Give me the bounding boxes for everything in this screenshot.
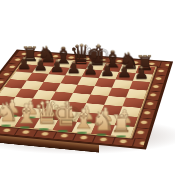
piece-black-pawn[interactable]: ♟ <box>98 63 115 79</box>
piece-white-king[interactable]: ♚ <box>52 98 72 131</box>
piece-black-pawn[interactable]: ♟ <box>133 65 150 81</box>
piece-black-pawn[interactable]: ♟ <box>15 56 32 72</box>
chessboard-frame: ♜♞♝♛♚♝♞♜♟♟♟♟♟♟♟♟♟♟♟♟♟♟♟♟♜♞♝♛♚♝♞♜ <box>0 50 173 150</box>
piece-black-pawn[interactable]: ♟ <box>65 60 82 76</box>
chessboard-grid: ♜♞♝♛♚♝♞♜♟♟♟♟♟♟♟♟♟♟♟♟♟♟♟♟♜♞♝♛♚♝♞♜ <box>0 57 155 137</box>
square-h7: ♟ <box>133 73 153 82</box>
piece-white-knight[interactable]: ♞ <box>0 100 15 126</box>
square-h1: ♜ <box>111 125 134 137</box>
piece-white-bishop[interactable]: ♝ <box>14 100 34 127</box>
piece-black-pawn[interactable]: ♟ <box>48 59 65 75</box>
piece-black-pawn[interactable]: ♟ <box>115 64 132 80</box>
piece-white-bishop[interactable]: ♝ <box>72 105 92 133</box>
piece-white-knight[interactable]: ♞ <box>91 108 111 135</box>
piece-white-queen[interactable]: ♛ <box>33 97 53 129</box>
piece-black-pawn[interactable]: ♟ <box>32 57 49 73</box>
chess-set-photo: ♜♞♝♛♚♝♞♜♟♟♟♟♟♟♟♟♟♟♟♟♟♟♟♟♜♞♝♛♚♝♞♜ <box>0 0 175 175</box>
square-e6 <box>78 77 99 86</box>
piece-white-rook[interactable]: ♜ <box>110 112 130 137</box>
piece-black-pawn[interactable]: ♟ <box>82 61 99 77</box>
